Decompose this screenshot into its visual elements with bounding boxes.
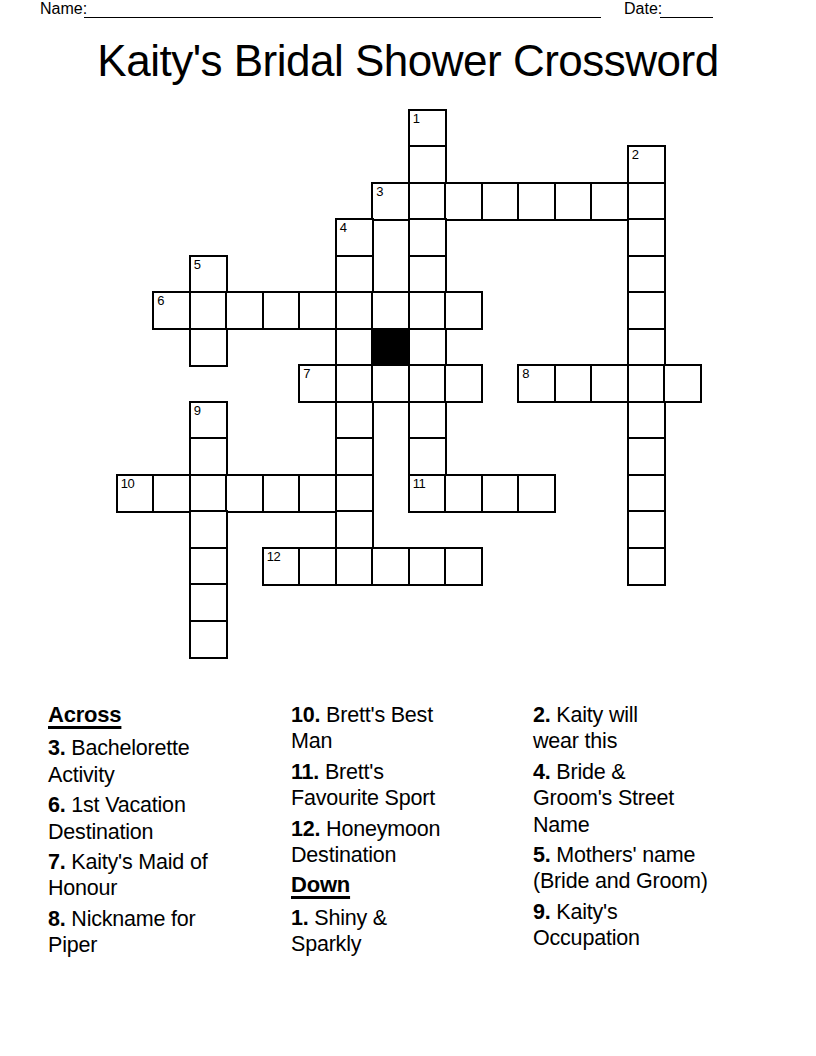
grid-cell[interactable] bbox=[371, 547, 410, 586]
clue-column-1: Across3. BacheloretteActivity6. 1st Vaca… bbox=[48, 702, 300, 963]
clue-number: 3 bbox=[376, 185, 383, 198]
grid-cell[interactable] bbox=[189, 547, 228, 586]
grid-cell[interactable] bbox=[554, 182, 593, 221]
clue-down-2: 2. Kaity willwear this bbox=[533, 702, 773, 755]
name-field[interactable] bbox=[84, 0, 601, 18]
grid-cell[interactable] bbox=[627, 437, 666, 476]
grid-cell[interactable] bbox=[663, 364, 702, 403]
grid-cell[interactable] bbox=[627, 328, 666, 367]
grid-cell[interactable] bbox=[627, 474, 666, 513]
grid-cell[interactable]: 8 bbox=[517, 364, 556, 403]
clue-number-label: 4. bbox=[533, 760, 551, 784]
grid-cell[interactable] bbox=[189, 474, 228, 513]
grid-cell[interactable] bbox=[189, 620, 228, 659]
grid-cell[interactable]: 1 bbox=[408, 109, 447, 148]
worksheet-page: Name: Date: Kaity's Bridal Shower Crossw… bbox=[0, 0, 816, 1056]
clue-number: 1 bbox=[413, 112, 420, 125]
grid-cell[interactable] bbox=[335, 401, 374, 440]
grid-cell[interactable]: 12 bbox=[262, 547, 301, 586]
clue-number: 9 bbox=[194, 404, 201, 417]
grid-cell[interactable] bbox=[627, 510, 666, 549]
clue-across-7: 7. Kaity's Maid ofHonour bbox=[48, 849, 300, 902]
grid-cell[interactable] bbox=[408, 218, 447, 257]
grid-cell[interactable] bbox=[517, 474, 556, 513]
grid-cell[interactable] bbox=[408, 401, 447, 440]
grid-cell[interactable] bbox=[627, 364, 666, 403]
grid-cell[interactable] bbox=[371, 364, 410, 403]
clue-across-8: 8. Nickname forPiper bbox=[48, 906, 300, 959]
grid-cell[interactable] bbox=[335, 255, 374, 294]
grid-cell[interactable] bbox=[335, 437, 374, 476]
grid-cell[interactable] bbox=[444, 547, 483, 586]
clue-down-1: 1. Shiny &Sparkly bbox=[291, 905, 506, 958]
clue-down-4: 4. Bride &Groom's StreetName bbox=[533, 759, 773, 838]
clue-number-label: 12. bbox=[291, 817, 320, 841]
grid-cell[interactable]: 5 bbox=[189, 255, 228, 294]
grid-cell[interactable] bbox=[408, 364, 447, 403]
grid-cell[interactable] bbox=[408, 145, 447, 184]
clue-down-5: 5. Mothers' name(Bride and Groom) bbox=[533, 842, 773, 895]
clue-across-11: 11. Brett'sFavourite Sport bbox=[291, 759, 506, 812]
grid-cell[interactable] bbox=[225, 474, 264, 513]
grid-cell[interactable] bbox=[408, 255, 447, 294]
grid-cell[interactable] bbox=[152, 474, 191, 513]
clue-across-12: 12. HoneymoonDestination bbox=[291, 816, 506, 869]
clue-number: 6 bbox=[157, 294, 164, 307]
grid-cell[interactable] bbox=[444, 182, 483, 221]
clue-number-label: 1. bbox=[291, 906, 309, 930]
date-field[interactable] bbox=[660, 0, 713, 18]
grid-cell[interactable] bbox=[189, 583, 228, 622]
clue-number-label: 10. bbox=[291, 703, 320, 727]
grid-cell[interactable] bbox=[371, 291, 410, 330]
grid-cell[interactable] bbox=[262, 291, 301, 330]
grid-cell[interactable] bbox=[627, 255, 666, 294]
clue-column-2: 10. Brett's BestMan11. Brett'sFavourite … bbox=[291, 702, 506, 962]
clue-column-3: 2. Kaity willwear this4. Bride &Groom's … bbox=[533, 702, 773, 956]
grid-cell[interactable] bbox=[298, 547, 337, 586]
grid-cell[interactable] bbox=[189, 510, 228, 549]
clue-number: 2 bbox=[632, 148, 639, 161]
clue-number: 8 bbox=[522, 367, 529, 380]
page-title: Kaity's Bridal Shower Crossword bbox=[0, 36, 816, 87]
grid-cell[interactable]: 9 bbox=[189, 401, 228, 440]
clue-down-9: 9. Kaity'sOccupation bbox=[533, 899, 773, 952]
clue-number: 10 bbox=[121, 477, 134, 490]
grid-cell[interactable]: 6 bbox=[152, 291, 191, 330]
grid-cell[interactable]: 4 bbox=[335, 218, 374, 257]
grid-cell[interactable] bbox=[408, 547, 447, 586]
grid-cell[interactable] bbox=[262, 474, 301, 513]
grid-cell[interactable] bbox=[590, 364, 629, 403]
across-heading: Across bbox=[48, 702, 300, 728]
clue-number-label: 9. bbox=[533, 900, 551, 924]
grid-cell[interactable] bbox=[444, 474, 483, 513]
grid-cell[interactable] bbox=[408, 328, 447, 367]
clue-number-label: 7. bbox=[48, 850, 66, 874]
grid-cell[interactable] bbox=[189, 437, 228, 476]
grid-cell[interactable] bbox=[189, 328, 228, 367]
clue-number: 12 bbox=[267, 550, 280, 563]
black-cell bbox=[371, 328, 410, 367]
clue-across-10: 10. Brett's BestMan bbox=[291, 702, 506, 755]
grid-cell[interactable] bbox=[335, 291, 374, 330]
grid-cell[interactable] bbox=[627, 547, 666, 586]
clue-across-3: 3. BacheloretteActivity bbox=[48, 735, 300, 788]
grid-cell[interactable]: 10 bbox=[116, 474, 155, 513]
grid-cell[interactable] bbox=[298, 474, 337, 513]
grid-cell[interactable] bbox=[408, 437, 447, 476]
grid-cell[interactable] bbox=[335, 328, 374, 367]
clue-number-label: 8. bbox=[48, 907, 66, 931]
grid-cell[interactable] bbox=[335, 510, 374, 549]
date-label: Date: bbox=[624, 0, 662, 18]
grid-cell[interactable] bbox=[590, 182, 629, 221]
clue-number-label: 5. bbox=[533, 843, 551, 867]
grid-cell[interactable] bbox=[408, 291, 447, 330]
grid-cell[interactable] bbox=[627, 291, 666, 330]
grid-cell[interactable] bbox=[298, 291, 337, 330]
grid-cell[interactable] bbox=[554, 364, 593, 403]
clue-number: 4 bbox=[340, 221, 347, 234]
grid-cell[interactable] bbox=[627, 182, 666, 221]
clue-number: 7 bbox=[303, 367, 310, 380]
grid-cell[interactable] bbox=[335, 364, 374, 403]
grid-cell[interactable] bbox=[627, 218, 666, 257]
grid-cell[interactable] bbox=[444, 291, 483, 330]
grid-cell[interactable]: 7 bbox=[298, 364, 337, 403]
grid-cell[interactable]: 3 bbox=[371, 182, 410, 221]
grid-cell[interactable] bbox=[225, 291, 264, 330]
grid-cell[interactable]: 2 bbox=[627, 145, 666, 184]
clue-number-label: 2. bbox=[533, 703, 551, 727]
clue-number-label: 11. bbox=[291, 760, 319, 784]
clue-across-6: 6. 1st VacationDestination bbox=[48, 792, 300, 845]
grid-cell[interactable] bbox=[481, 182, 520, 221]
grid-cell[interactable] bbox=[627, 401, 666, 440]
grid-cell[interactable] bbox=[189, 291, 228, 330]
grid-cell[interactable] bbox=[335, 547, 374, 586]
grid-cell[interactable] bbox=[408, 182, 447, 221]
clue-number-label: 6. bbox=[48, 793, 66, 817]
grid-cell[interactable] bbox=[335, 474, 374, 513]
grid-cell[interactable] bbox=[444, 364, 483, 403]
clue-number: 11 bbox=[413, 477, 426, 490]
grid-cell[interactable] bbox=[481, 474, 520, 513]
down-heading: Down bbox=[291, 872, 506, 898]
grid-cell[interactable]: 11 bbox=[408, 474, 447, 513]
clue-number: 5 bbox=[194, 258, 201, 271]
clue-number-label: 3. bbox=[48, 736, 66, 760]
name-label: Name: bbox=[40, 0, 87, 18]
grid-cell[interactable] bbox=[517, 182, 556, 221]
